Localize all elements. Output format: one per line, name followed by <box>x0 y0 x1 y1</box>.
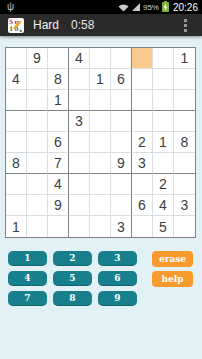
cell-r8c3[interactable]: 9 <box>48 195 69 216</box>
cell-r6c4[interactable] <box>69 153 90 174</box>
cell-r1c3[interactable] <box>48 48 69 69</box>
cell-r7c8[interactable]: 2 <box>153 174 174 195</box>
app-bar: 5u 10 Hard 0:58 <box>0 14 202 36</box>
cell-r3c3[interactable]: 1 <box>48 90 69 111</box>
wifi-icon <box>118 3 129 12</box>
cell-r2c5[interactable]: 1 <box>90 69 111 90</box>
cell-r9c9[interactable] <box>174 216 195 237</box>
overflow-menu-icon[interactable] <box>180 16 191 35</box>
cell-r9c6[interactable]: 3 <box>111 216 132 237</box>
cell-r6c1[interactable]: 8 <box>6 153 27 174</box>
cell-r6c7[interactable]: 3 <box>132 153 153 174</box>
cell-r1c9[interactable]: 1 <box>174 48 195 69</box>
cell-r5c9[interactable]: 8 <box>174 132 195 153</box>
keypad-row-3: 789 <box>8 291 137 306</box>
cell-r9c4[interactable] <box>69 216 90 237</box>
cell-r9c1[interactable]: 1 <box>6 216 27 237</box>
cell-r7c2[interactable] <box>27 174 48 195</box>
cell-r7c9[interactable] <box>174 174 195 195</box>
cell-r1c4[interactable]: 4 <box>69 48 90 69</box>
keypad-button-2[interactable]: 2 <box>53 251 92 266</box>
cell-r8c8[interactable]: 4 <box>153 195 174 216</box>
cell-r4c1[interactable] <box>6 111 27 132</box>
cell-r2c2[interactable] <box>27 69 48 90</box>
cell-r4c9[interactable] <box>174 111 195 132</box>
cell-r4c8[interactable] <box>153 111 174 132</box>
cell-r8c7[interactable]: 6 <box>132 195 153 216</box>
cell-r3c2[interactable] <box>27 90 48 111</box>
cell-r5c4[interactable] <box>69 132 90 153</box>
cell-r2c1[interactable]: 4 <box>6 69 27 90</box>
cell-r3c6[interactable] <box>111 90 132 111</box>
cell-r4c6[interactable] <box>111 111 132 132</box>
keypad-button-4[interactable]: 4 <box>8 271 47 286</box>
cell-r4c4[interactable]: 3 <box>69 111 90 132</box>
cell-r9c3[interactable] <box>48 216 69 237</box>
cell-r7c3[interactable]: 4 <box>48 174 69 195</box>
cell-r6c2[interactable] <box>27 153 48 174</box>
cell-r5c3[interactable]: 6 <box>48 132 69 153</box>
cell-r9c8[interactable]: 5 <box>153 216 174 237</box>
cell-r1c1[interactable] <box>6 48 27 69</box>
cell-r6c9[interactable] <box>174 153 195 174</box>
cell-r4c3[interactable] <box>48 111 69 132</box>
keypad-button-5[interactable]: 5 <box>53 271 92 286</box>
cell-r3c9[interactable] <box>174 90 195 111</box>
cell-r5c5[interactable] <box>90 132 111 153</box>
cell-r8c6[interactable] <box>111 195 132 216</box>
cell-r7c1[interactable] <box>6 174 27 195</box>
cell-r6c6[interactable]: 9 <box>111 153 132 174</box>
cell-r2c8[interactable] <box>153 69 174 90</box>
cell-r1c7[interactable] <box>132 48 153 69</box>
cell-r8c2[interactable] <box>27 195 48 216</box>
sudoku-app-icon: 5u 10 <box>8 18 24 33</box>
cell-r9c7[interactable] <box>132 216 153 237</box>
sudoku-board: 94148161362188793429643135 <box>5 47 196 238</box>
cell-r7c7[interactable] <box>132 174 153 195</box>
cell-r3c1[interactable] <box>6 90 27 111</box>
cell-r2c9[interactable] <box>174 69 195 90</box>
erase-button[interactable]: erase <box>152 251 193 267</box>
cell-r3c8[interactable] <box>153 90 174 111</box>
cell-r2c6[interactable]: 6 <box>111 69 132 90</box>
cell-r8c1[interactable] <box>6 195 27 216</box>
cell-r8c4[interactable] <box>69 195 90 216</box>
game-timer: 0:58 <box>71 18 94 32</box>
cell-r1c8[interactable] <box>153 48 174 69</box>
cell-r6c8[interactable] <box>153 153 174 174</box>
cell-r7c6[interactable] <box>111 174 132 195</box>
cell-r4c2[interactable] <box>27 111 48 132</box>
battery-percent: 95% <box>143 3 159 12</box>
status-time: 20:26 <box>173 2 198 13</box>
cell-r7c5[interactable] <box>90 174 111 195</box>
status-bar: ψ 95% 20:26 <box>0 0 202 14</box>
battery-charging-icon <box>162 2 169 12</box>
cell-r2c7[interactable] <box>132 69 153 90</box>
cell-r1c5[interactable] <box>90 48 111 69</box>
cell-r8c9[interactable]: 3 <box>174 195 195 216</box>
cell-r4c5[interactable] <box>90 111 111 132</box>
cell-r3c5[interactable] <box>90 90 111 111</box>
help-button[interactable]: help <box>152 271 193 287</box>
difficulty-label: Hard <box>33 18 59 32</box>
cell-r6c5[interactable] <box>90 153 111 174</box>
usb-icon: ψ <box>7 2 14 12</box>
cell-r5c6[interactable] <box>111 132 132 153</box>
cell-r9c5[interactable] <box>90 216 111 237</box>
keypad-button-3[interactable]: 3 <box>98 251 137 266</box>
signal-icon <box>132 3 140 11</box>
keypad-row-2: 456 <box>8 271 137 286</box>
keypad-button-9[interactable]: 9 <box>98 291 137 306</box>
cell-r5c7[interactable]: 2 <box>132 132 153 153</box>
cell-r1c2[interactable]: 9 <box>27 48 48 69</box>
cell-r2c4[interactable] <box>69 69 90 90</box>
cell-r9c2[interactable] <box>27 216 48 237</box>
cell-r3c7[interactable] <box>132 90 153 111</box>
keypad-button-7[interactable]: 7 <box>8 291 47 306</box>
cell-r7c4[interactable] <box>69 174 90 195</box>
cell-r5c8[interactable]: 1 <box>153 132 174 153</box>
pencil-icon <box>12 21 24 33</box>
cell-r5c1[interactable] <box>6 132 27 153</box>
cell-r1c6[interactable] <box>111 48 132 69</box>
keypad-button-8[interactable]: 8 <box>53 291 92 306</box>
cell-r2c3[interactable]: 8 <box>48 69 69 90</box>
cell-r5c2[interactable] <box>27 132 48 153</box>
keypad-button-1[interactable]: 1 <box>8 251 47 266</box>
keypad-button-6[interactable]: 6 <box>98 271 137 286</box>
cell-r8c5[interactable] <box>90 195 111 216</box>
cell-r3c4[interactable] <box>69 90 90 111</box>
keypad-row-1: 123 <box>8 251 137 266</box>
cell-r6c3[interactable]: 7 <box>48 153 69 174</box>
cell-r4c7[interactable] <box>132 111 153 132</box>
